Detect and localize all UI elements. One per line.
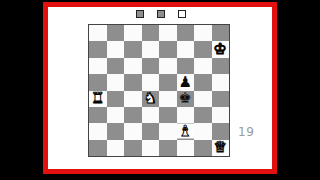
square-b3 — [107, 107, 125, 123]
square-c4 — [124, 91, 142, 107]
square-f1 — [177, 140, 195, 156]
square-e1 — [159, 140, 177, 156]
square-e3 — [159, 107, 177, 123]
progress-indicators — [136, 10, 186, 18]
square-h5 — [212, 74, 230, 90]
square-g2 — [194, 123, 212, 139]
frame-number: 19 — [238, 125, 254, 139]
square-f3 — [177, 107, 195, 123]
square-g1 — [194, 140, 212, 156]
square-d3 — [142, 107, 160, 123]
square-b8 — [107, 25, 125, 41]
square-d8 — [142, 25, 160, 41]
indicator-3 — [178, 10, 186, 18]
square-h7: ♚ — [212, 41, 230, 57]
square-f5: ♟ — [177, 74, 195, 90]
square-e6 — [159, 58, 177, 74]
square-c7 — [124, 41, 142, 57]
square-h3 — [212, 107, 230, 123]
square-g6 — [194, 58, 212, 74]
square-b6 — [107, 58, 125, 74]
square-d6 — [142, 58, 160, 74]
square-f8 — [177, 25, 195, 41]
square-e7 — [159, 41, 177, 57]
square-a1 — [89, 140, 107, 156]
square-b5 — [107, 74, 125, 90]
square-b2 — [107, 123, 125, 139]
piece-white-rook: ♜ — [91, 91, 104, 106]
piece-white-queen: ♛ — [214, 140, 227, 155]
square-g3 — [194, 107, 212, 123]
square-h1: ♛ — [212, 140, 230, 156]
indicator-1 — [136, 10, 144, 18]
square-e2 — [159, 123, 177, 139]
square-f7 — [177, 41, 195, 57]
square-b7 — [107, 41, 125, 57]
square-h6 — [212, 58, 230, 74]
chess-board: ♚♟♜♞♚♝♛ — [88, 24, 230, 157]
square-a3 — [89, 107, 107, 123]
square-h8 — [212, 25, 230, 41]
piece-white-knight: ♞ — [144, 91, 157, 106]
piece-white-king: ♚ — [214, 42, 227, 57]
square-c5 — [124, 74, 142, 90]
square-g4 — [194, 91, 212, 107]
piece-black-king: ♚ — [179, 91, 192, 106]
square-f2: ♝ — [177, 123, 195, 139]
square-d5 — [142, 74, 160, 90]
square-d2 — [142, 123, 160, 139]
square-c6 — [124, 58, 142, 74]
square-b1 — [107, 140, 125, 156]
square-a7 — [89, 41, 107, 57]
square-g7 — [194, 41, 212, 57]
square-a4: ♜ — [89, 91, 107, 107]
square-g5 — [194, 74, 212, 90]
square-c1 — [124, 140, 142, 156]
indicator-2 — [157, 10, 165, 18]
square-e4 — [159, 91, 177, 107]
square-d7 — [142, 41, 160, 57]
square-a8 — [89, 25, 107, 41]
square-a5 — [89, 74, 107, 90]
square-f4: ♚ — [177, 91, 195, 107]
piece-black-pawn: ♟ — [179, 74, 192, 89]
letterbox-left — [0, 0, 43, 180]
square-c8 — [124, 25, 142, 41]
square-a2 — [89, 123, 107, 139]
square-d4: ♞ — [142, 91, 160, 107]
square-a6 — [89, 58, 107, 74]
square-e5 — [159, 74, 177, 90]
square-g8 — [194, 25, 212, 41]
square-b4 — [107, 91, 125, 107]
piece-white-bishop: ♝ — [177, 123, 194, 138]
square-h2 — [212, 123, 230, 139]
square-e8 — [159, 25, 177, 41]
square-c3 — [124, 107, 142, 123]
square-h4 — [212, 91, 230, 107]
square-c2 — [124, 123, 142, 139]
square-d1 — [142, 140, 160, 156]
letterbox-right — [277, 0, 320, 180]
square-f6 — [177, 58, 195, 74]
